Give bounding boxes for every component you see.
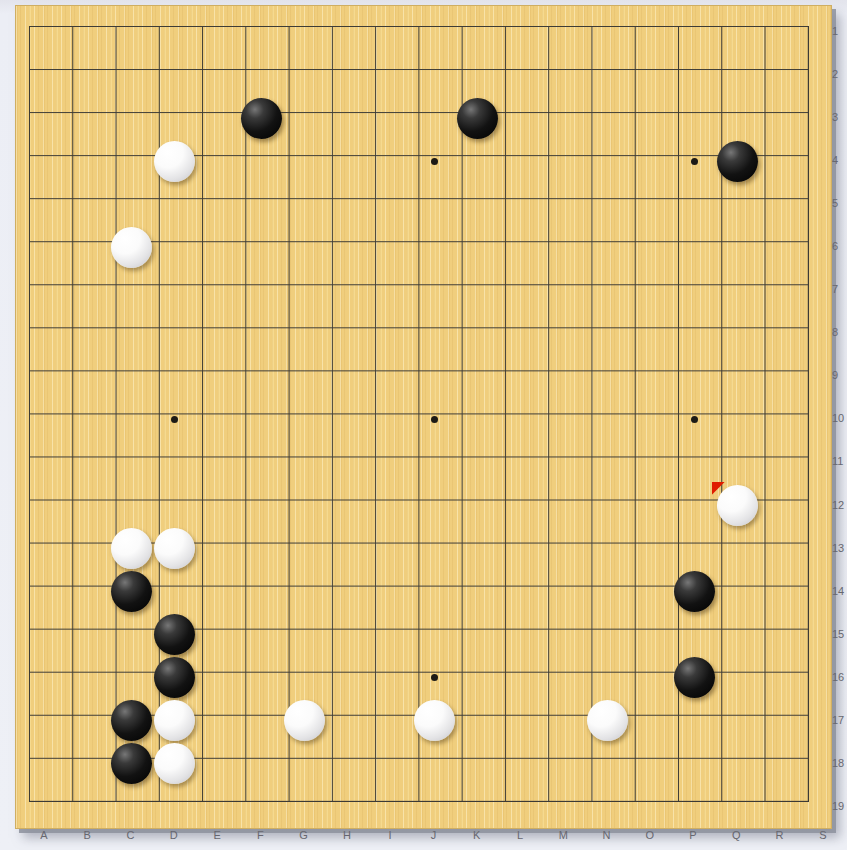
intersection-E9[interactable] [196,355,239,398]
intersection-A4[interactable] [23,140,66,183]
intersection-N8[interactable] [586,312,629,355]
intersection-K19[interactable] [456,785,499,828]
intersection-O8[interactable] [629,312,672,355]
intersection-N19[interactable] [586,785,629,828]
intersection-N7[interactable] [586,269,629,312]
intersection-R10[interactable] [759,398,802,441]
intersection-F17[interactable] [240,699,283,742]
intersection-M1[interactable] [543,11,586,54]
intersection-A1[interactable] [23,11,66,54]
intersection-L19[interactable] [499,785,542,828]
black-stone-C17[interactable] [111,700,152,741]
intersection-Q13[interactable] [716,527,759,570]
intersection-J18[interactable] [413,742,456,785]
black-stone-D16[interactable] [154,657,195,698]
intersection-O7[interactable] [629,269,672,312]
intersection-R17[interactable] [759,699,802,742]
intersection-R6[interactable] [759,226,802,269]
intersection-G17[interactable] [283,699,326,742]
white-stone-N17[interactable] [587,700,628,741]
intersection-L13[interactable] [499,527,542,570]
intersection-A11[interactable] [23,441,66,484]
intersection-K11[interactable] [456,441,499,484]
intersection-A8[interactable] [23,312,66,355]
black-stone-K3[interactable] [457,98,498,139]
intersection-O14[interactable] [629,570,672,613]
intersection-R5[interactable] [759,183,802,226]
intersection-F18[interactable] [240,742,283,785]
intersection-M17[interactable] [543,699,586,742]
intersection-N16[interactable] [586,656,629,699]
white-stone-J17[interactable] [414,700,455,741]
intersection-H1[interactable] [326,11,369,54]
intersection-I14[interactable] [370,570,413,613]
intersection-C18[interactable] [110,742,153,785]
intersection-I16[interactable] [370,656,413,699]
intersection-A12[interactable] [23,484,66,527]
intersection-B3[interactable] [67,97,110,140]
intersection-B5[interactable] [67,183,110,226]
intersection-O19[interactable] [629,785,672,828]
intersection-K10[interactable] [456,398,499,441]
intersection-N14[interactable] [586,570,629,613]
intersection-J15[interactable] [413,613,456,656]
intersection-R2[interactable] [759,54,802,97]
intersection-O10[interactable] [629,398,672,441]
intersection-N10[interactable] [586,398,629,441]
intersection-H17[interactable] [326,699,369,742]
intersection-Q11[interactable] [716,441,759,484]
intersection-J16[interactable] [413,656,456,699]
intersection-I12[interactable] [370,484,413,527]
intersection-D9[interactable] [153,355,196,398]
intersection-D15[interactable] [153,613,196,656]
intersection-G3[interactable] [283,97,326,140]
intersection-C7[interactable] [110,269,153,312]
black-stone-P14[interactable] [674,571,715,612]
intersection-B9[interactable] [67,355,110,398]
intersection-E11[interactable] [196,441,239,484]
intersection-F9[interactable] [240,355,283,398]
intersection-F16[interactable] [240,656,283,699]
intersection-J17[interactable] [413,699,456,742]
intersection-J2[interactable] [413,54,456,97]
intersection-K13[interactable] [456,527,499,570]
intersection-G8[interactable] [283,312,326,355]
intersection-G1[interactable] [283,11,326,54]
intersection-E8[interactable] [196,312,239,355]
intersection-R9[interactable] [759,355,802,398]
white-stone-D17[interactable] [154,700,195,741]
intersection-O15[interactable] [629,613,672,656]
intersection-D12[interactable] [153,484,196,527]
black-stone-C18[interactable] [111,743,152,784]
intersection-O1[interactable] [629,11,672,54]
intersection-R18[interactable] [759,742,802,785]
intersection-B11[interactable] [67,441,110,484]
intersection-G13[interactable] [283,527,326,570]
intersection-N13[interactable] [586,527,629,570]
intersection-Q9[interactable] [716,355,759,398]
intersection-Q16[interactable] [716,656,759,699]
intersection-L4[interactable] [499,140,542,183]
intersection-Q12[interactable] [716,484,759,527]
intersection-R11[interactable] [759,441,802,484]
intersection-R8[interactable] [759,312,802,355]
intersection-H19[interactable] [326,785,369,828]
intersection-E4[interactable] [196,140,239,183]
intersection-N15[interactable] [586,613,629,656]
intersection-H10[interactable] [326,398,369,441]
intersection-G2[interactable] [283,54,326,97]
intersection-H4[interactable] [326,140,369,183]
intersection-B16[interactable] [67,656,110,699]
intersection-I19[interactable] [370,785,413,828]
intersection-I9[interactable] [370,355,413,398]
intersection-K18[interactable] [456,742,499,785]
intersection-N4[interactable] [586,140,629,183]
intersection-A14[interactable] [23,570,66,613]
intersection-F15[interactable] [240,613,283,656]
intersection-R12[interactable] [759,484,802,527]
intersection-I8[interactable] [370,312,413,355]
intersection-P4[interactable] [672,140,715,183]
intersection-B18[interactable] [67,742,110,785]
intersection-D6[interactable] [153,226,196,269]
intersection-H2[interactable] [326,54,369,97]
intersection-F19[interactable] [240,785,283,828]
intersection-E1[interactable] [196,11,239,54]
intersection-D17[interactable] [153,699,196,742]
intersection-M19[interactable] [543,785,586,828]
intersection-N9[interactable] [586,355,629,398]
intersection-L5[interactable] [499,183,542,226]
intersection-O18[interactable] [629,742,672,785]
intersection-P18[interactable] [672,742,715,785]
intersection-L6[interactable] [499,226,542,269]
intersection-A2[interactable] [23,54,66,97]
intersection-E12[interactable] [196,484,239,527]
intersection-P7[interactable] [672,269,715,312]
intersection-F12[interactable] [240,484,283,527]
intersection-F1[interactable] [240,11,283,54]
intersection-L9[interactable] [499,355,542,398]
intersection-C19[interactable] [110,785,153,828]
intersection-I11[interactable] [370,441,413,484]
intersection-J5[interactable] [413,183,456,226]
intersection-B6[interactable] [67,226,110,269]
intersection-H12[interactable] [326,484,369,527]
intersection-O11[interactable] [629,441,672,484]
intersection-E6[interactable] [196,226,239,269]
intersection-C1[interactable] [110,11,153,54]
intersection-J10[interactable] [413,398,456,441]
intersection-G6[interactable] [283,226,326,269]
intersection-E2[interactable] [196,54,239,97]
intersection-C8[interactable] [110,312,153,355]
black-stone-D15[interactable] [154,614,195,655]
intersection-D14[interactable] [153,570,196,613]
intersection-L15[interactable] [499,613,542,656]
intersection-C11[interactable] [110,441,153,484]
intersection-M6[interactable] [543,226,586,269]
intersection-L7[interactable] [499,269,542,312]
intersection-D4[interactable] [153,140,196,183]
intersection-N2[interactable] [586,54,629,97]
intersection-J9[interactable] [413,355,456,398]
white-stone-G17[interactable] [284,700,325,741]
intersection-P17[interactable] [672,699,715,742]
intersection-I4[interactable] [370,140,413,183]
intersection-A10[interactable] [23,398,66,441]
intersection-E18[interactable] [196,742,239,785]
intersection-M14[interactable] [543,570,586,613]
intersection-C15[interactable] [110,613,153,656]
intersection-I7[interactable] [370,269,413,312]
intersection-C2[interactable] [110,54,153,97]
intersection-J14[interactable] [413,570,456,613]
intersection-M15[interactable] [543,613,586,656]
intersection-B2[interactable] [67,54,110,97]
intersection-R4[interactable] [759,140,802,183]
intersection-L3[interactable] [499,97,542,140]
intersection-C3[interactable] [110,97,153,140]
go-board[interactable] [15,5,832,829]
intersection-D2[interactable] [153,54,196,97]
intersection-O9[interactable] [629,355,672,398]
black-stone-F3[interactable] [241,98,282,139]
intersection-F3[interactable] [240,97,283,140]
intersection-R16[interactable] [759,656,802,699]
intersection-L16[interactable] [499,656,542,699]
white-stone-D4[interactable] [154,141,195,182]
intersection-I10[interactable] [370,398,413,441]
intersection-G14[interactable] [283,570,326,613]
intersection-A5[interactable] [23,183,66,226]
intersection-G5[interactable] [283,183,326,226]
white-stone-D13[interactable] [154,528,195,569]
intersection-K7[interactable] [456,269,499,312]
intersection-A3[interactable] [23,97,66,140]
intersection-P19[interactable] [672,785,715,828]
intersection-I18[interactable] [370,742,413,785]
intersection-I5[interactable] [370,183,413,226]
intersection-O6[interactable] [629,226,672,269]
intersection-E14[interactable] [196,570,239,613]
intersection-B17[interactable] [67,699,110,742]
intersection-G12[interactable] [283,484,326,527]
intersection-A13[interactable] [23,527,66,570]
intersection-A7[interactable] [23,269,66,312]
intersection-J11[interactable] [413,441,456,484]
black-stone-C14[interactable] [111,571,152,612]
intersection-K1[interactable] [456,11,499,54]
intersection-H9[interactable] [326,355,369,398]
intersection-B19[interactable] [67,785,110,828]
intersection-A19[interactable] [23,785,66,828]
intersection-J4[interactable] [413,140,456,183]
intersection-P10[interactable] [672,398,715,441]
intersection-C6[interactable] [110,226,153,269]
intersection-L18[interactable] [499,742,542,785]
intersection-H5[interactable] [326,183,369,226]
intersection-B4[interactable] [67,140,110,183]
intersection-L8[interactable] [499,312,542,355]
intersection-M12[interactable] [543,484,586,527]
intersection-N17[interactable] [586,699,629,742]
intersection-O4[interactable] [629,140,672,183]
intersection-P5[interactable] [672,183,715,226]
intersection-J1[interactable] [413,11,456,54]
intersection-L1[interactable] [499,11,542,54]
intersection-E3[interactable] [196,97,239,140]
intersection-Q14[interactable] [716,570,759,613]
intersection-M18[interactable] [543,742,586,785]
intersection-H14[interactable] [326,570,369,613]
intersection-L17[interactable] [499,699,542,742]
intersection-L14[interactable] [499,570,542,613]
intersection-O3[interactable] [629,97,672,140]
intersection-A15[interactable] [23,613,66,656]
intersection-I17[interactable] [370,699,413,742]
intersection-B1[interactable] [67,11,110,54]
intersection-F8[interactable] [240,312,283,355]
intersection-I2[interactable] [370,54,413,97]
intersection-E10[interactable] [196,398,239,441]
intersection-J8[interactable] [413,312,456,355]
intersection-M13[interactable] [543,527,586,570]
intersection-F2[interactable] [240,54,283,97]
intersection-F11[interactable] [240,441,283,484]
intersection-O16[interactable] [629,656,672,699]
intersection-Q19[interactable] [716,785,759,828]
intersection-D16[interactable] [153,656,196,699]
intersection-P11[interactable] [672,441,715,484]
intersection-P9[interactable] [672,355,715,398]
white-stone-Q12[interactable] [717,485,758,526]
intersection-C10[interactable] [110,398,153,441]
intersection-G11[interactable] [283,441,326,484]
intersection-R7[interactable] [759,269,802,312]
intersection-E17[interactable] [196,699,239,742]
intersection-D8[interactable] [153,312,196,355]
intersection-G10[interactable] [283,398,326,441]
intersection-J19[interactable] [413,785,456,828]
intersection-Q10[interactable] [716,398,759,441]
intersection-A17[interactable] [23,699,66,742]
intersection-C12[interactable] [110,484,153,527]
intersection-R1[interactable] [759,11,802,54]
intersection-O12[interactable] [629,484,672,527]
intersection-P13[interactable] [672,527,715,570]
intersection-N1[interactable] [586,11,629,54]
intersection-M2[interactable] [543,54,586,97]
intersection-E7[interactable] [196,269,239,312]
white-stone-D18[interactable] [154,743,195,784]
intersection-D3[interactable] [153,97,196,140]
intersection-I15[interactable] [370,613,413,656]
white-stone-C6[interactable] [111,227,152,268]
intersection-Q17[interactable] [716,699,759,742]
intersection-G15[interactable] [283,613,326,656]
intersection-R3[interactable] [759,97,802,140]
intersection-G4[interactable] [283,140,326,183]
intersection-P12[interactable] [672,484,715,527]
intersection-B12[interactable] [67,484,110,527]
intersection-J13[interactable] [413,527,456,570]
intersection-M8[interactable] [543,312,586,355]
intersection-A18[interactable] [23,742,66,785]
intersection-B14[interactable] [67,570,110,613]
intersection-B15[interactable] [67,613,110,656]
intersection-C16[interactable] [110,656,153,699]
intersection-F14[interactable] [240,570,283,613]
intersection-M11[interactable] [543,441,586,484]
intersection-J7[interactable] [413,269,456,312]
intersection-Q8[interactable] [716,312,759,355]
intersection-K17[interactable] [456,699,499,742]
intersection-L12[interactable] [499,484,542,527]
intersection-Q1[interactable] [716,11,759,54]
intersection-P16[interactable] [672,656,715,699]
intersection-E19[interactable] [196,785,239,828]
intersection-K2[interactable] [456,54,499,97]
intersection-R14[interactable] [759,570,802,613]
intersection-E15[interactable] [196,613,239,656]
intersection-F5[interactable] [240,183,283,226]
intersection-A9[interactable] [23,355,66,398]
intersection-Q3[interactable] [716,97,759,140]
intersection-A16[interactable] [23,656,66,699]
intersection-K12[interactable] [456,484,499,527]
intersection-E16[interactable] [196,656,239,699]
intersection-D18[interactable] [153,742,196,785]
black-stone-P16[interactable] [674,657,715,698]
intersection-C14[interactable] [110,570,153,613]
intersection-F7[interactable] [240,269,283,312]
intersection-Q5[interactable] [716,183,759,226]
intersection-C4[interactable] [110,140,153,183]
intersection-H8[interactable] [326,312,369,355]
intersection-P3[interactable] [672,97,715,140]
intersection-Q6[interactable] [716,226,759,269]
intersection-N3[interactable] [586,97,629,140]
intersection-H7[interactable] [326,269,369,312]
intersection-C5[interactable] [110,183,153,226]
intersection-G18[interactable] [283,742,326,785]
intersection-I13[interactable] [370,527,413,570]
intersection-C9[interactable] [110,355,153,398]
intersection-E5[interactable] [196,183,239,226]
intersection-D7[interactable] [153,269,196,312]
intersection-K6[interactable] [456,226,499,269]
intersection-K3[interactable] [456,97,499,140]
intersection-A6[interactable] [23,226,66,269]
intersection-N11[interactable] [586,441,629,484]
intersection-P2[interactable] [672,54,715,97]
intersection-N12[interactable] [586,484,629,527]
intersection-F13[interactable] [240,527,283,570]
intersection-P14[interactable] [672,570,715,613]
intersection-F6[interactable] [240,226,283,269]
intersection-B13[interactable] [67,527,110,570]
intersection-I6[interactable] [370,226,413,269]
intersection-P8[interactable] [672,312,715,355]
intersection-M4[interactable] [543,140,586,183]
black-stone-Q4[interactable] [717,141,758,182]
intersection-M9[interactable] [543,355,586,398]
intersection-D19[interactable] [153,785,196,828]
